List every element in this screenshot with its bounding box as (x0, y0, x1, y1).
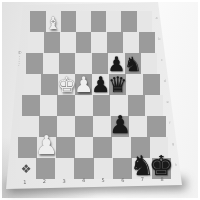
file-label: d (164, 80, 166, 84)
piece-black-pawn: ♟ (109, 113, 131, 138)
square-f4 (75, 116, 93, 137)
square-h4 (74, 158, 93, 179)
square-f8 (147, 116, 165, 137)
square-g4 (75, 137, 94, 158)
square-d1 (24, 74, 41, 95)
square-b8 (139, 32, 155, 53)
square-e3 (57, 95, 75, 116)
square-e4 (75, 95, 93, 116)
square-a2: ♝ (46, 11, 61, 32)
piece-white-pawn: ♟ (35, 132, 58, 158)
square-a5 (91, 11, 106, 32)
compass-emblem-icon: ❖ (21, 163, 32, 175)
square-h5 (94, 158, 113, 179)
square-a1 (30, 11, 45, 32)
square-c7: ♞ (125, 53, 141, 74)
file-label: a (156, 17, 158, 21)
file-label: e (167, 101, 169, 105)
square-d4: ♟ (75, 74, 92, 95)
file-label: g (172, 143, 174, 147)
board-row-a: ♝ (30, 11, 151, 32)
square-a3 (61, 11, 76, 32)
rank-label: 6 (121, 178, 124, 183)
square-d3: ♚ (58, 74, 75, 95)
square-b7 (123, 32, 139, 53)
square-e8 (145, 95, 163, 116)
board-row-e (22, 95, 162, 116)
square-b1 (28, 32, 44, 53)
square-d5: ♟ (92, 74, 109, 95)
square-h8: ♚ (152, 158, 171, 179)
square-f3 (57, 116, 75, 137)
rank-label: 4 (82, 178, 85, 183)
board-photo: ♝♟♞♚♟♟♛♟♟❖♞♚ ©····· 12345678abcdefgh (0, 0, 200, 200)
square-d7 (126, 74, 143, 95)
square-g5 (93, 137, 112, 158)
rank-label: 1 (23, 180, 26, 185)
square-a6 (106, 11, 121, 32)
piece-black-king: ♚ (149, 152, 174, 180)
square-b2 (44, 32, 60, 53)
file-label: c (161, 59, 163, 63)
square-d6: ♛ (109, 74, 126, 95)
file-label: b (158, 38, 160, 42)
square-a4 (76, 11, 91, 32)
square-a7 (121, 11, 136, 32)
square-b6 (107, 32, 123, 53)
square-g6 (112, 137, 131, 158)
square-f6: ♟ (111, 116, 129, 137)
rank-label: 2 (43, 179, 46, 184)
square-f7 (129, 116, 147, 137)
square-g3 (56, 137, 75, 158)
rank-label: 3 (62, 179, 65, 184)
square-b5 (91, 32, 107, 53)
square-b3 (60, 32, 76, 53)
piece-white-bishop: ♝ (46, 15, 61, 32)
board-row-h: ❖♞♚ (16, 158, 171, 179)
square-e2 (40, 95, 58, 116)
square-h1: ❖ (16, 158, 35, 179)
square-a8 (137, 11, 152, 32)
square-d2 (41, 74, 58, 95)
square-b4 (76, 32, 92, 53)
square-e5 (93, 95, 111, 116)
square-h3 (55, 158, 74, 179)
square-h2 (36, 158, 55, 179)
file-label: h (175, 164, 177, 168)
square-c1 (26, 53, 42, 74)
square-g2: ♟ (37, 137, 56, 158)
chess-board: ♝♟♞♚♟♟♛♟♟❖♞♚ (0, 0, 200, 200)
board-row-d: ♚♟♟♛ (24, 74, 160, 95)
board-row-b (28, 32, 154, 53)
square-e1 (22, 95, 40, 116)
file-label: f (169, 122, 170, 126)
piece-black-queen: ♛ (108, 74, 127, 96)
square-d8 (143, 74, 160, 95)
rank-label: 5 (102, 178, 105, 183)
square-c8 (141, 53, 157, 74)
